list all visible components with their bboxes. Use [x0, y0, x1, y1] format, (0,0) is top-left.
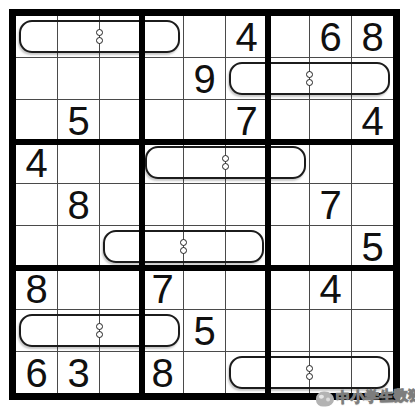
cell-r8c5[interactable]: 5 — [184, 310, 225, 351]
cell-r7c4[interactable]: 7 — [142, 268, 183, 309]
cell-r5c9[interactable] — [352, 184, 393, 225]
cell-r1c6[interactable]: 4 — [226, 16, 267, 57]
cell-r7c7[interactable] — [268, 268, 309, 309]
cell-r9c3[interactable] — [100, 352, 141, 393]
watermark-logo-icon — [316, 391, 335, 407]
cell-r3c9[interactable]: 4 — [352, 100, 393, 141]
cell-r7c2[interactable] — [58, 268, 99, 309]
cell-r4c1[interactable]: 4 — [16, 142, 57, 183]
cell-r3c3[interactable] — [100, 100, 141, 141]
mirror-dots-icon-5 — [96, 323, 105, 340]
cell-r5c5[interactable] — [184, 184, 225, 225]
watermark: 中小学生数独 — [316, 386, 415, 408]
mirror-dots-icon-4 — [180, 239, 189, 256]
mirror-dot-icon — [96, 37, 103, 44]
mirror-dot-icon — [96, 331, 103, 338]
cell-r4c3[interactable] — [100, 142, 141, 183]
cell-r5c3[interactable] — [100, 184, 141, 225]
mirror-dot-icon — [180, 239, 187, 246]
mirror-dot-icon — [180, 247, 187, 254]
box-separator-horizontal-3 — [16, 139, 393, 145]
cell-r7c5[interactable] — [184, 268, 225, 309]
cell-r9c2[interactable]: 3 — [58, 352, 99, 393]
cell-r3c5[interactable] — [184, 100, 225, 141]
mirror-dots-icon-3 — [222, 155, 231, 172]
cell-r3c6[interactable]: 7 — [226, 100, 267, 141]
cell-r6c7[interactable] — [268, 226, 309, 267]
mirror-dots-icon-2 — [306, 71, 315, 88]
cell-r1c5[interactable] — [184, 16, 225, 57]
cell-r9c4[interactable]: 8 — [142, 352, 183, 393]
cell-r3c8[interactable] — [310, 100, 351, 141]
cell-r8c8[interactable] — [310, 310, 351, 351]
cell-r6c8[interactable] — [310, 226, 351, 267]
cell-r5c1[interactable] — [16, 184, 57, 225]
box-separator-vertical-3 — [139, 16, 145, 393]
mirror-dot-icon — [306, 373, 313, 380]
cell-r7c1[interactable]: 8 — [16, 268, 57, 309]
cell-r3c7[interactable] — [268, 100, 309, 141]
cell-r6c9[interactable]: 5 — [352, 226, 393, 267]
cell-r3c1[interactable] — [16, 100, 57, 141]
mirror-dots-icon-1 — [96, 29, 105, 46]
mirror-dot-icon — [306, 79, 313, 86]
cell-r2c3[interactable] — [100, 58, 141, 99]
cell-r2c5[interactable]: 9 — [184, 58, 225, 99]
mirror-dot-icon — [306, 365, 313, 372]
mirror-dots-icon-6 — [306, 365, 315, 382]
cell-r7c6[interactable] — [226, 268, 267, 309]
box-separator-vertical-6 — [265, 16, 271, 393]
cell-r5c7[interactable] — [268, 184, 309, 225]
cell-r7c8[interactable]: 4 — [310, 268, 351, 309]
cell-r4c2[interactable] — [58, 142, 99, 183]
cell-r3c2[interactable]: 5 — [58, 100, 99, 141]
cell-r4c9[interactable] — [352, 142, 393, 183]
cell-r1c8[interactable]: 6 — [310, 16, 351, 57]
mirror-dot-icon — [222, 155, 229, 162]
sudoku-board: 468957448758745638 — [9, 9, 400, 400]
watermark-text: 中小学生数独 — [336, 386, 415, 407]
cell-r2c2[interactable] — [58, 58, 99, 99]
cell-r6c2[interactable] — [58, 226, 99, 267]
cell-r1c7[interactable] — [268, 16, 309, 57]
cell-r6c1[interactable] — [16, 226, 57, 267]
cell-r2c1[interactable] — [16, 58, 57, 99]
cell-r5c6[interactable] — [226, 184, 267, 225]
cell-r8c6[interactable] — [226, 310, 267, 351]
cell-r8c7[interactable] — [268, 310, 309, 351]
cell-r9c1[interactable]: 6 — [16, 352, 57, 393]
mirror-dot-icon — [222, 163, 229, 170]
cell-r2c4[interactable] — [142, 58, 183, 99]
cell-r5c8[interactable]: 7 — [310, 184, 351, 225]
cell-r7c3[interactable] — [100, 268, 141, 309]
mirror-dot-icon — [306, 71, 313, 78]
cell-r8c9[interactable] — [352, 310, 393, 351]
cell-r4c8[interactable] — [310, 142, 351, 183]
cell-r1c9[interactable]: 8 — [352, 16, 393, 57]
cell-r5c4[interactable] — [142, 184, 183, 225]
cell-r3c4[interactable] — [142, 100, 183, 141]
cell-r5c2[interactable]: 8 — [58, 184, 99, 225]
mirror-dot-icon — [96, 323, 103, 330]
mirror-dot-icon — [96, 29, 103, 36]
cell-r9c5[interactable] — [184, 352, 225, 393]
board-inner: 468957448758745638 — [16, 16, 393, 393]
box-separator-horizontal-6 — [16, 265, 393, 271]
cell-r7c9[interactable] — [352, 268, 393, 309]
